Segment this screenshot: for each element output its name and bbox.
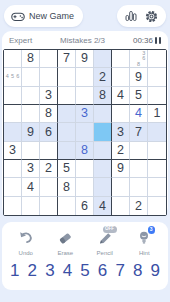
cell-r2c6[interactable]: 2: [94, 68, 112, 86]
cell-r9c5[interactable]: 6: [76, 197, 94, 215]
cell-r3c3[interactable]: 3: [40, 87, 58, 105]
cell-r4c6[interactable]: [94, 105, 112, 123]
numpad-3[interactable]: 3: [45, 261, 54, 281]
cell-r2c9[interactable]: [148, 68, 166, 86]
cell-r6c8[interactable]: [130, 142, 148, 160]
status-row: Expert Mistakes 2/3 00:36: [2, 31, 168, 47]
cell-r8c9[interactable]: [148, 178, 166, 196]
cell-r9c3[interactable]: [40, 197, 58, 215]
numpad-2[interactable]: 2: [28, 261, 37, 281]
cell-r2c2[interactable]: [22, 68, 40, 86]
cell-r6c3[interactable]: [40, 142, 58, 160]
cell-r5c7[interactable]: 3: [112, 123, 130, 141]
cell-r4c9[interactable]: 1: [148, 105, 166, 123]
cell-r6c4[interactable]: [58, 142, 76, 160]
pencil-button[interactable]: OFF Pencil: [85, 230, 125, 256]
timer-value: 00:36: [133, 36, 153, 45]
cell-r1c3[interactable]: [40, 50, 58, 68]
board-card: Expert Mistakes 2/3 00:36 87936845629384…: [2, 31, 168, 216]
cell-r5c5[interactable]: [76, 123, 94, 141]
cell-r8c8[interactable]: [130, 178, 148, 196]
new-game-button[interactable]: New Game: [4, 5, 83, 27]
cell-r3c7[interactable]: 4: [112, 87, 130, 105]
cell-r1c9[interactable]: [148, 50, 166, 68]
cell-r5c8[interactable]: 7: [130, 123, 148, 141]
top-bar: New Game: [4, 5, 166, 27]
cell-r1c5[interactable]: 9: [76, 50, 94, 68]
cell-r6c5[interactable]: 8: [76, 142, 94, 160]
cell-r9c9[interactable]: [148, 197, 166, 215]
erase-button[interactable]: Erase: [46, 230, 86, 256]
pause-icon[interactable]: [155, 37, 161, 44]
cell-r4c4[interactable]: [58, 105, 76, 123]
numpad-6[interactable]: 6: [98, 261, 107, 281]
cell-r5c4[interactable]: [58, 123, 76, 141]
settings-gear-icon[interactable]: [145, 10, 158, 23]
cell-r3c5[interactable]: [76, 87, 94, 105]
cell-r8c7[interactable]: [112, 178, 130, 196]
cell-r2c3[interactable]: [40, 68, 58, 86]
cell-r8c3[interactable]: [40, 178, 58, 196]
hint-count-badge: 3: [148, 226, 156, 234]
cell-r2c5[interactable]: [76, 68, 94, 86]
cell-r7c1[interactable]: [4, 160, 22, 178]
cell-r7c3[interactable]: 2: [40, 160, 58, 178]
cell-r4c3[interactable]: 8: [40, 105, 58, 123]
numpad-5[interactable]: 5: [80, 261, 89, 281]
numpad-8[interactable]: 8: [133, 261, 142, 281]
cell-r7c7[interactable]: 9: [112, 160, 130, 178]
cell-r4c2[interactable]: [22, 105, 40, 123]
cell-r2c4[interactable]: [58, 68, 76, 86]
cell-r5c1[interactable]: [4, 123, 22, 141]
cell-r9c4[interactable]: [58, 197, 76, 215]
cell-r7c5[interactable]: [76, 160, 94, 178]
cell-r1c7[interactable]: [112, 50, 130, 68]
cell-r5c9[interactable]: [148, 123, 166, 141]
undo-label: Undo: [19, 250, 33, 256]
undo-icon: [19, 230, 33, 248]
cell-r9c6[interactable]: 4: [94, 197, 112, 215]
header-actions: [117, 5, 166, 27]
cell-r3c6[interactable]: 8: [94, 87, 112, 105]
stats-icon[interactable]: [125, 10, 137, 22]
cell-r4c8[interactable]: 4: [130, 105, 148, 123]
cell-r7c2[interactable]: 3: [22, 160, 40, 178]
cell-r6c2[interactable]: [22, 142, 40, 160]
cell-r5c2[interactable]: 9: [22, 123, 40, 141]
cell-r5c3[interactable]: 6: [40, 123, 58, 141]
cell-r2c7[interactable]: [112, 68, 130, 86]
new-game-label: New Game: [29, 11, 74, 21]
cell-r5c6[interactable]: [94, 123, 112, 141]
hint-label: Hint: [139, 250, 150, 256]
undo-button[interactable]: Undo: [6, 230, 46, 256]
hint-button[interactable]: 3 Hint: [125, 230, 165, 256]
toolbar: Undo Erase OFF Pencil: [2, 222, 168, 258]
cell-r3c8[interactable]: 5: [130, 87, 148, 105]
cell-r2c8[interactable]: 9: [130, 68, 148, 86]
sudoku-board: 87936845629384583419637382325948642: [3, 49, 167, 216]
cell-r8c6[interactable]: [94, 178, 112, 196]
cell-r9c8[interactable]: 2: [130, 197, 148, 215]
cell-r9c1[interactable]: [4, 197, 22, 215]
cell-r4c7[interactable]: [112, 105, 130, 123]
cell-r4c5[interactable]: 3: [76, 105, 94, 123]
cell-r6c7[interactable]: 2: [112, 142, 130, 160]
mistakes-counter: Mistakes 2/3: [60, 36, 105, 45]
cell-r3c9[interactable]: [148, 87, 166, 105]
pencil-off-badge: OFF: [103, 226, 117, 233]
gamepad-icon: [11, 11, 25, 22]
cell-r3c2[interactable]: [22, 87, 40, 105]
cell-r9c2[interactable]: [22, 197, 40, 215]
cell-r8c1[interactable]: [4, 178, 22, 196]
cell-r1c8[interactable]: 368: [130, 50, 148, 68]
cell-r3c4[interactable]: [58, 87, 76, 105]
cell-r1c1[interactable]: [4, 50, 22, 68]
cell-r7c6[interactable]: [94, 160, 112, 178]
cell-r7c8[interactable]: [130, 160, 148, 178]
cell-r6c6[interactable]: [94, 142, 112, 160]
cell-r1c6[interactable]: [94, 50, 112, 68]
numpad: 123456789: [2, 258, 168, 290]
cell-r1c2[interactable]: 8: [22, 50, 40, 68]
cell-r9c7[interactable]: [112, 197, 130, 215]
cell-r8c5[interactable]: [76, 178, 94, 196]
numpad-4[interactable]: 4: [63, 261, 72, 281]
numpad-7[interactable]: 7: [115, 261, 124, 281]
eraser-icon: [58, 230, 72, 248]
cell-r1c4[interactable]: 7: [58, 50, 76, 68]
cell-r8c2[interactable]: 4: [22, 178, 40, 196]
controls-card: Undo Erase OFF Pencil: [2, 222, 168, 290]
pencil-icon: [98, 230, 112, 248]
cell-r2c1[interactable]: 456: [4, 68, 22, 86]
erase-label: Erase: [57, 250, 73, 256]
cell-r6c1[interactable]: 3: [4, 142, 22, 160]
cell-r8c4[interactable]: 8: [58, 178, 76, 196]
difficulty-label: Expert: [9, 36, 32, 45]
cell-r6c9[interactable]: [148, 142, 166, 160]
cell-r3c1[interactable]: [4, 87, 22, 105]
numpad-9[interactable]: 9: [151, 261, 160, 281]
cell-r7c4[interactable]: 5: [58, 160, 76, 178]
cell-r7c9[interactable]: [148, 160, 166, 178]
pencil-label: Pencil: [97, 250, 113, 256]
timer: 00:36: [133, 36, 161, 45]
numpad-1[interactable]: 1: [10, 261, 19, 281]
cell-r4c1[interactable]: [4, 105, 22, 123]
